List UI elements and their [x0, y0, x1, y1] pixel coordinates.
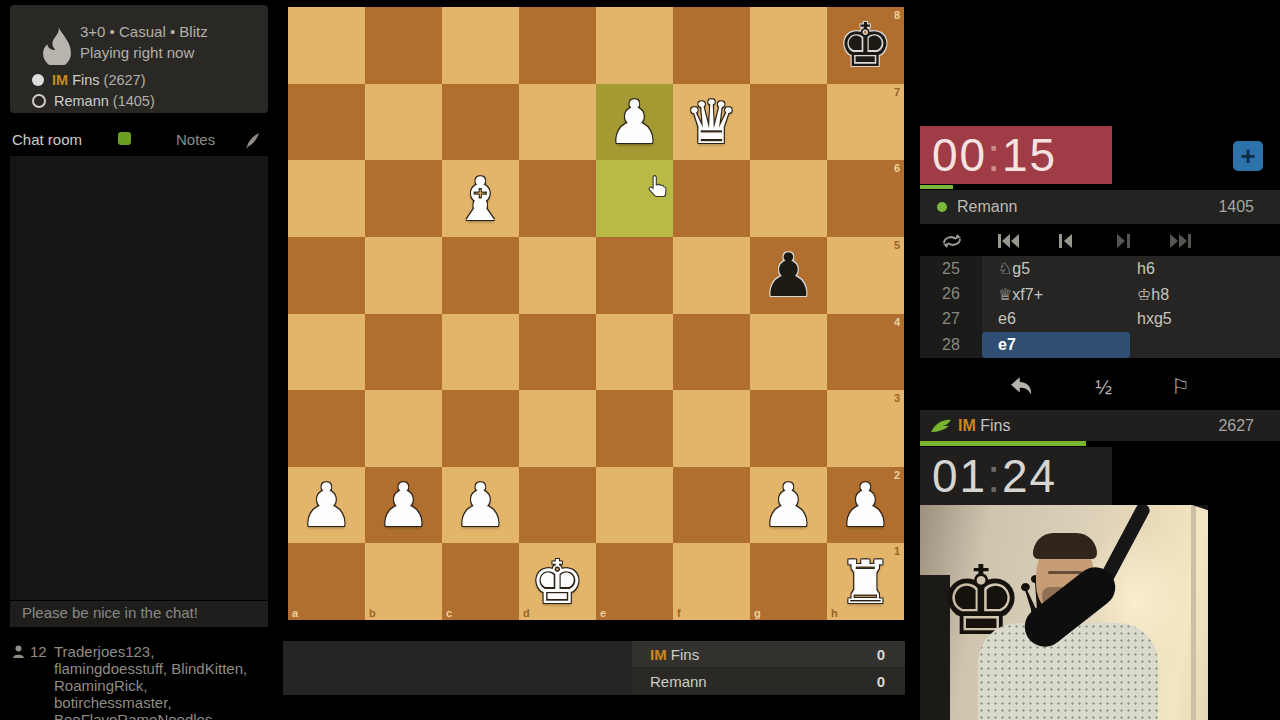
square-g2[interactable]: ♟: [750, 467, 827, 544]
rank-label-6: 6: [894, 162, 900, 174]
white-pawn-c2: ♟: [442, 467, 519, 544]
square-e1[interactable]: e: [596, 543, 673, 620]
square-e3[interactable]: [596, 390, 673, 467]
square-f1[interactable]: f: [673, 543, 750, 620]
square-a4[interactable]: [288, 314, 365, 391]
square-a7[interactable]: [288, 84, 365, 161]
white-pawn-b2: ♟: [365, 467, 442, 544]
square-h1[interactable]: ♜1h: [827, 543, 904, 620]
file-label-e: e: [600, 607, 606, 619]
time-control-label: 3+0 • Casual • Blitz: [80, 23, 208, 40]
square-e6[interactable]: [596, 160, 673, 237]
remann-score: 0: [877, 673, 885, 690]
move-number: 26: [920, 281, 982, 306]
square-f6[interactable]: [673, 160, 750, 237]
square-g6[interactable]: [750, 160, 827, 237]
streamer-shirt: [978, 623, 1158, 720]
square-c6[interactable]: ♝: [442, 160, 519, 237]
game-action-buttons: ½ ⚐: [1010, 370, 1190, 404]
door-frame: [1191, 505, 1196, 720]
square-h3[interactable]: 3: [827, 390, 904, 467]
white-rook-h1: ♜: [827, 543, 904, 620]
patron-wing-icon: [930, 418, 952, 434]
square-g3[interactable]: [750, 390, 827, 467]
white-pawn-g2: ♟: [750, 467, 827, 544]
square-a6[interactable]: [288, 160, 365, 237]
square-d6[interactable]: [519, 160, 596, 237]
prev-move-button[interactable]: [1054, 233, 1078, 249]
spectator-names[interactable]: Traderjoes123, flamingdoesstuff, BlindKi…: [54, 643, 252, 720]
black-player-icon: [32, 94, 46, 108]
streamer-hair: [1033, 533, 1097, 559]
black-move-28[interactable]: [1130, 332, 1280, 357]
player-link-fins[interactable]: IM Fins (2627): [32, 71, 146, 89]
square-f7[interactable]: ♛: [673, 84, 750, 161]
white-time-gauge: [920, 441, 1086, 446]
square-a5[interactable]: [288, 237, 365, 314]
square-c5[interactable]: [442, 237, 519, 314]
square-c8[interactable]: [442, 7, 519, 84]
rank-label-3: 3: [894, 392, 900, 404]
move-number: 27: [920, 307, 982, 332]
spectator-icon: [12, 645, 25, 659]
rank-label-8: 8: [894, 9, 900, 21]
file-label-c: c: [446, 607, 452, 619]
file-label-d: d: [523, 607, 530, 619]
resign-flag-icon[interactable]: ⚐: [1171, 375, 1190, 399]
white-move-27[interactable]: e6: [982, 307, 1130, 332]
square-g4[interactable]: [750, 314, 827, 391]
white-player-rating: 2627: [1218, 417, 1254, 435]
file-label-b: b: [369, 607, 376, 619]
file-label-f: f: [677, 607, 681, 619]
square-f3[interactable]: [673, 390, 750, 467]
game-meta-panel: 3+0 • Casual • Blitz Playing right now I…: [10, 5, 268, 113]
score-row-remann: Remann 0: [632, 668, 905, 694]
square-g8[interactable]: [750, 7, 827, 84]
white-pawn-a2: ♟: [288, 467, 365, 544]
move-row-27: 27e6hxg5: [920, 307, 1280, 332]
score-row-fins: IM Fins 0: [632, 641, 905, 667]
square-c4[interactable]: [442, 314, 519, 391]
spectator-list: 12 Traderjoes123, flamingdoesstuff, Blin…: [10, 642, 268, 720]
quill-icon[interactable]: [243, 130, 263, 150]
square-e7[interactable]: ♟: [596, 84, 673, 161]
square-b8[interactable]: [365, 7, 442, 84]
black-time-gauge: [920, 185, 953, 189]
first-move-button[interactable]: [997, 233, 1021, 249]
square-b7[interactable]: [365, 84, 442, 161]
square-h2[interactable]: ♟2: [827, 467, 904, 544]
square-d5[interactable]: [519, 237, 596, 314]
flip-cycle-icon[interactable]: [940, 233, 964, 249]
white-player-icon: [32, 74, 44, 86]
move-list: 25♘g5h626♕xf7+♔h827e6hxg528e7: [920, 256, 1280, 358]
move-number: 28: [920, 332, 982, 357]
square-d4[interactable]: [519, 314, 596, 391]
player-link-remann[interactable]: Remann (1405): [32, 92, 155, 110]
square-c1[interactable]: c: [442, 543, 519, 620]
tab-chat-room[interactable]: Chat room: [12, 131, 82, 148]
square-h5[interactable]: 5: [827, 237, 904, 314]
square-b4[interactable]: [365, 314, 442, 391]
square-c7[interactable]: [442, 84, 519, 161]
square-b6[interactable]: [365, 160, 442, 237]
streamer-eyes: [1048, 571, 1082, 574]
square-f4[interactable]: [673, 314, 750, 391]
chat-message-area: [10, 156, 268, 600]
square-e2[interactable]: [596, 467, 673, 544]
move-row-25: 25♘g5h6: [920, 256, 1280, 281]
square-a8[interactable]: [288, 7, 365, 84]
white-bishop-c6: ♝: [442, 160, 519, 237]
tab-notes[interactable]: Notes: [176, 131, 215, 148]
file-label-a: a: [292, 607, 298, 619]
next-move-button[interactable]: [1111, 233, 1135, 249]
rank-label-5: 5: [894, 239, 900, 251]
square-e8[interactable]: [596, 7, 673, 84]
black-player-name[interactable]: Remann: [957, 198, 1017, 216]
spectator-count: 12: [30, 643, 47, 660]
square-b2[interactable]: ♟: [365, 467, 442, 544]
im-title-badge: IM: [52, 72, 68, 88]
black-pawn-g5: ♟: [750, 237, 827, 314]
square-d3[interactable]: [519, 390, 596, 467]
square-f2[interactable]: [673, 467, 750, 544]
move-nav-controls: [920, 227, 1212, 255]
white-queen-f7: ♛: [673, 84, 750, 161]
square-f5[interactable]: [673, 237, 750, 314]
square-d2[interactable]: [519, 467, 596, 544]
square-b3[interactable]: [365, 390, 442, 467]
square-h6[interactable]: 6: [827, 160, 904, 237]
white-player-name[interactable]: IM Fins: [958, 417, 1010, 435]
move-number: 25: [920, 256, 982, 281]
fins-score: 0: [877, 646, 885, 663]
black-player-row: Remann 1405: [920, 190, 1280, 224]
white-pawn-e7: ♟: [596, 84, 673, 161]
square-f8[interactable]: [673, 7, 750, 84]
square-d1[interactable]: ♚d: [519, 543, 596, 620]
rank-label-1: 1: [894, 545, 900, 557]
square-e5[interactable]: [596, 237, 673, 314]
white-pawn-h2: ♟: [827, 467, 904, 544]
square-b1[interactable]: b: [365, 543, 442, 620]
black-move-26[interactable]: ♔h8: [1130, 281, 1280, 306]
square-d7[interactable]: [519, 84, 596, 161]
square-a1[interactable]: a: [288, 543, 365, 620]
black-player-rating: 1405: [1218, 198, 1254, 216]
file-label-h: h: [831, 607, 838, 619]
takeback-icon[interactable]: [1010, 376, 1036, 398]
move-row-26: 26♕xf7+♔h8: [920, 281, 1280, 306]
chat-toggle[interactable]: [118, 132, 131, 145]
file-label-g: g: [754, 607, 761, 619]
webcam-video: ♚ ♛: [920, 505, 1208, 720]
streamer-flame-logo: [40, 27, 74, 65]
square-d8[interactable]: [519, 7, 596, 84]
square-e4[interactable]: [596, 314, 673, 391]
square-g1[interactable]: g: [750, 543, 827, 620]
white-move-28[interactable]: e7: [982, 332, 1130, 357]
rank-label-4: 4: [894, 316, 900, 328]
square-h4[interactable]: 4: [827, 314, 904, 391]
white-move-26[interactable]: ♕xf7+: [982, 281, 1130, 306]
last-move-button[interactable]: [1168, 233, 1192, 249]
square-g7[interactable]: [750, 84, 827, 161]
square-b5[interactable]: [365, 237, 442, 314]
square-a2[interactable]: ♟: [288, 467, 365, 544]
square-c3[interactable]: [442, 390, 519, 467]
square-h8[interactable]: ♚8: [827, 7, 904, 84]
rank-label-7: 7: [894, 86, 900, 98]
offer-draw-button[interactable]: ½: [1095, 376, 1112, 399]
game-status-label: Playing right now: [80, 44, 194, 61]
white-player-row: IM Fins 2627: [920, 410, 1280, 441]
rank-label-2: 2: [894, 469, 900, 481]
white-king-d1: ♚: [519, 543, 596, 620]
white-clock: 01:24: [920, 447, 1112, 505]
black-clock: 00:15: [920, 126, 1112, 184]
online-dot: [937, 202, 947, 212]
black-move-25[interactable]: h6: [1130, 256, 1280, 281]
square-g5[interactable]: ♟: [750, 237, 827, 314]
square-c2[interactable]: ♟: [442, 467, 519, 544]
chess-board: ♚8♟♛7♝6♟543♟♟♟♟♟2abc♚defg♜1h: [288, 7, 904, 620]
give-more-time-button[interactable]: +: [1233, 141, 1263, 171]
black-move-27[interactable]: hxg5: [1130, 307, 1280, 332]
score-table: IM Fins 0 Remann 0: [632, 641, 905, 694]
move-row-28: 28e7: [920, 332, 1280, 357]
chat-tabs: Chat room Notes: [10, 128, 268, 154]
square-h7[interactable]: 7: [827, 84, 904, 161]
square-a3[interactable]: [288, 390, 365, 467]
chat-input[interactable]: Please be nice in the chat!: [10, 601, 268, 627]
black-king-h8: ♚: [827, 7, 904, 84]
white-move-25[interactable]: ♘g5: [982, 256, 1130, 281]
